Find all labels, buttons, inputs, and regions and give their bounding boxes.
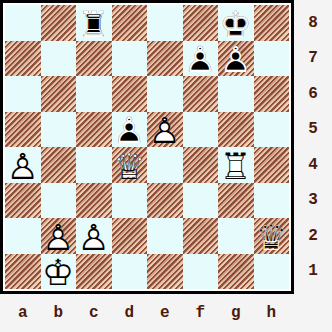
square-a6[interactable] — [5, 76, 41, 112]
piece-white-rook: ♜♖ — [218, 147, 254, 183]
file-label-e: e — [160, 304, 170, 322]
square-f8[interactable] — [183, 5, 219, 41]
chess-diagram: ♜♖♚♔♟♙♟♙♟♙♟♙♟♙♛♕♜♖♟♙♟♙♛♕♚♔ abcdefgh 8765… — [0, 0, 332, 332]
square-d8[interactable] — [112, 5, 148, 41]
piece-black-pawn: ♟♙ — [112, 112, 148, 148]
square-h8[interactable] — [254, 5, 290, 41]
file-label-h: h — [266, 304, 276, 322]
piece-black-king: ♚♔ — [218, 5, 254, 41]
piece-white-queen: ♛♕ — [112, 147, 148, 183]
square-h6[interactable] — [254, 76, 290, 112]
square-d7[interactable] — [112, 41, 148, 77]
square-c8[interactable]: ♜♖ — [76, 5, 112, 41]
square-b1[interactable]: ♚♔ — [41, 254, 77, 290]
square-g7[interactable]: ♟♙ — [218, 41, 254, 77]
square-g6[interactable] — [218, 76, 254, 112]
square-f5[interactable] — [183, 112, 219, 148]
square-a1[interactable] — [5, 254, 41, 290]
square-g2[interactable] — [218, 218, 254, 254]
square-c4[interactable] — [76, 147, 112, 183]
chess-board: ♜♖♚♔♟♙♟♙♟♙♟♙♟♙♛♕♜♖♟♙♟♙♛♕♚♔ — [5, 5, 289, 289]
square-c5[interactable] — [76, 112, 112, 148]
piece-black-queen: ♛♕ — [254, 218, 290, 254]
square-f2[interactable] — [183, 218, 219, 254]
square-e2[interactable] — [147, 218, 183, 254]
file-label-a: a — [18, 304, 28, 322]
square-e3[interactable] — [147, 183, 183, 219]
square-c2[interactable]: ♟♙ — [76, 218, 112, 254]
rank-labels: 87654321 — [294, 0, 332, 294]
square-h4[interactable] — [254, 147, 290, 183]
square-a4[interactable]: ♟♙ — [5, 147, 41, 183]
square-f4[interactable] — [183, 147, 219, 183]
rank-label-6: 6 — [308, 85, 318, 103]
square-b5[interactable] — [41, 112, 77, 148]
square-h7[interactable] — [254, 41, 290, 77]
square-h5[interactable] — [254, 112, 290, 148]
piece-black-pawn: ♟♙ — [218, 41, 254, 77]
square-e5[interactable]: ♟♙ — [147, 112, 183, 148]
square-f6[interactable] — [183, 76, 219, 112]
square-d5[interactable]: ♟♙ — [112, 112, 148, 148]
square-c3[interactable] — [76, 183, 112, 219]
piece-white-pawn: ♟♙ — [76, 218, 112, 254]
rank-label-3: 3 — [308, 191, 318, 209]
board-frame: ♜♖♚♔♟♙♟♙♟♙♟♙♟♙♛♕♜♖♟♙♟♙♛♕♚♔ — [0, 0, 294, 294]
square-b6[interactable] — [41, 76, 77, 112]
file-label-b: b — [53, 304, 63, 322]
square-g3[interactable] — [218, 183, 254, 219]
rank-label-7: 7 — [308, 49, 318, 67]
file-label-c: c — [89, 304, 99, 322]
square-d3[interactable] — [112, 183, 148, 219]
square-h2[interactable]: ♛♕ — [254, 218, 290, 254]
square-c7[interactable] — [76, 41, 112, 77]
piece-white-pawn: ♟♙ — [5, 147, 41, 183]
rank-label-4: 4 — [308, 156, 318, 174]
square-a3[interactable] — [5, 183, 41, 219]
square-e6[interactable] — [147, 76, 183, 112]
square-d1[interactable] — [112, 254, 148, 290]
square-d4[interactable]: ♛♕ — [112, 147, 148, 183]
square-g8[interactable]: ♚♔ — [218, 5, 254, 41]
square-f3[interactable] — [183, 183, 219, 219]
file-labels: abcdefgh — [0, 294, 294, 332]
square-h1[interactable] — [254, 254, 290, 290]
piece-black-pawn: ♟♙ — [183, 41, 219, 77]
square-f7[interactable]: ♟♙ — [183, 41, 219, 77]
square-b4[interactable] — [41, 147, 77, 183]
square-b8[interactable] — [41, 5, 77, 41]
file-label-g: g — [231, 304, 241, 322]
file-label-f: f — [195, 304, 205, 322]
piece-white-pawn: ♟♙ — [147, 112, 183, 148]
piece-white-pawn: ♟♙ — [41, 218, 77, 254]
square-a7[interactable] — [5, 41, 41, 77]
square-e1[interactable] — [147, 254, 183, 290]
square-b2[interactable]: ♟♙ — [41, 218, 77, 254]
square-e4[interactable] — [147, 147, 183, 183]
square-a2[interactable] — [5, 218, 41, 254]
square-h3[interactable] — [254, 183, 290, 219]
square-a8[interactable] — [5, 5, 41, 41]
rank-label-5: 5 — [308, 120, 318, 138]
square-e7[interactable] — [147, 41, 183, 77]
square-d2[interactable] — [112, 218, 148, 254]
square-g5[interactable] — [218, 112, 254, 148]
square-a5[interactable] — [5, 112, 41, 148]
square-g4[interactable]: ♜♖ — [218, 147, 254, 183]
square-b3[interactable] — [41, 183, 77, 219]
rank-label-2: 2 — [308, 227, 318, 245]
square-e8[interactable] — [147, 5, 183, 41]
rank-label-1: 1 — [308, 262, 318, 280]
square-f1[interactable] — [183, 254, 219, 290]
square-c6[interactable] — [76, 76, 112, 112]
piece-white-king: ♚♔ — [41, 254, 77, 290]
square-b7[interactable] — [41, 41, 77, 77]
square-g1[interactable] — [218, 254, 254, 290]
rank-label-8: 8 — [308, 14, 318, 32]
square-c1[interactable] — [76, 254, 112, 290]
square-d6[interactable] — [112, 76, 148, 112]
file-label-d: d — [124, 304, 134, 322]
piece-black-rook: ♜♖ — [76, 5, 112, 41]
